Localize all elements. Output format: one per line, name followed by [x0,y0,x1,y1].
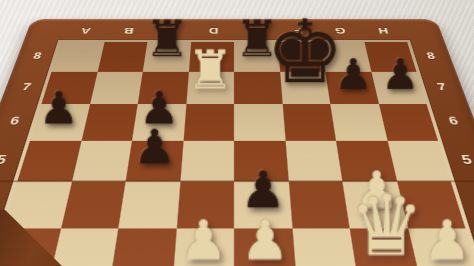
rank-label-left-4: 4 [0,194,7,212]
square-e4 [234,181,292,227]
square-b5 [71,140,132,181]
square-g7 [325,71,378,104]
square-g8 [321,42,371,71]
square-a7 [41,71,97,104]
rank-label-left-6: 6 [0,114,32,128]
square-e8 [234,42,280,71]
chessboard: ABCDEFGH8877665544332211♜♜♜♚♟♟♟♟♟♟♟♟♟♛♟ [0,19,474,266]
square-b3 [48,228,118,266]
square-e3 [234,228,296,266]
square-b7 [90,71,143,104]
file-label-g: G [318,25,363,37]
square-e7 [234,71,282,104]
square-f3 [292,228,358,266]
file-label-f: F [276,25,320,37]
rank-label-right-6: 6 [436,114,472,128]
square-f8 [277,42,325,71]
square-e6 [234,104,285,140]
rank-label-left-5: 5 [0,152,20,168]
rank-label-right-7: 7 [425,80,459,93]
square-h6 [378,104,438,140]
rank-label-right-8: 8 [415,50,447,61]
rank-label-left-8: 8 [21,50,53,61]
square-d8 [188,42,234,71]
square-b8 [97,42,147,71]
square-f7 [280,71,331,104]
square-f6 [282,104,336,140]
square-c4 [118,181,179,227]
rank-label-right-4: 4 [461,194,474,212]
square-d6 [183,104,234,140]
rank-label-right-5: 5 [448,152,474,168]
square-e5 [234,140,288,181]
board-scene: ABCDEFGH8877665544332211♜♜♜♚♟♟♟♟♟♟♟♟♟♛♟ [32,19,436,266]
square-c5 [126,140,183,181]
square-d7 [186,71,234,104]
square-c6 [132,104,186,140]
square-a8 [52,42,104,71]
square-a5 [17,140,81,181]
file-label-d: D [191,25,234,37]
file-label-c: C [148,25,192,37]
file-label-a: A [63,25,109,37]
square-f5 [285,140,342,181]
playing-area [0,42,474,266]
square-c7 [138,71,189,104]
photo-of-chessboard: ABCDEFGH8877665544332211♜♜♜♚♟♟♟♟♟♟♟♟♟♛♟ [0,0,474,266]
square-h3 [407,228,474,266]
square-d5 [180,140,234,181]
square-f4 [288,181,349,227]
square-h4 [397,181,466,227]
square-a6 [30,104,90,140]
square-d3 [172,228,234,266]
file-label-e: E [234,25,277,37]
square-c3 [110,228,176,266]
square-h8 [364,42,416,71]
square-b6 [81,104,138,140]
square-g6 [330,104,387,140]
square-b4 [61,181,126,227]
square-h7 [371,71,427,104]
file-label-b: B [105,25,150,37]
square-d4 [176,181,234,227]
rank-label-left-7: 7 [10,80,44,93]
file-label-h: H [360,25,406,37]
square-h5 [387,140,451,181]
square-c8 [143,42,191,71]
